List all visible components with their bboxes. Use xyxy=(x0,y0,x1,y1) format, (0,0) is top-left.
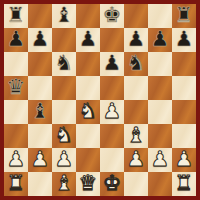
square-h4[interactable] xyxy=(172,100,196,124)
square-f5[interactable] xyxy=(124,76,148,100)
square-h1[interactable]: ♜ xyxy=(172,172,196,196)
white-queen: ♛ xyxy=(79,172,98,195)
black-pawn: ♟ xyxy=(127,28,146,51)
square-d7[interactable]: ♟ xyxy=(76,28,100,52)
black-pawn: ♟ xyxy=(31,28,50,51)
black-rook: ♜ xyxy=(7,4,26,27)
square-f6[interactable]: ♞ xyxy=(124,52,148,76)
square-d8[interactable] xyxy=(76,4,100,28)
square-c8[interactable]: ♝ xyxy=(52,4,76,28)
black-knight: ♞ xyxy=(55,52,74,75)
square-c7[interactable] xyxy=(52,28,76,52)
square-e4[interactable]: ♟ xyxy=(100,100,124,124)
white-pawn: ♟ xyxy=(151,148,170,171)
square-c3[interactable]: ♞ xyxy=(52,124,76,148)
square-d6[interactable] xyxy=(76,52,100,76)
square-f2[interactable]: ♟ xyxy=(124,148,148,172)
square-a2[interactable]: ♟ xyxy=(4,148,28,172)
square-h8[interactable]: ♜ xyxy=(172,4,196,28)
white-bishop: ♝ xyxy=(127,124,146,147)
black-bishop: ♝ xyxy=(55,4,74,27)
square-f7[interactable]: ♟ xyxy=(124,28,148,52)
black-knight: ♞ xyxy=(127,52,146,75)
square-g3[interactable] xyxy=(148,124,172,148)
square-d5[interactable] xyxy=(76,76,100,100)
black-bishop: ♝ xyxy=(31,100,50,123)
white-pawn: ♟ xyxy=(103,100,122,123)
square-h2[interactable]: ♟ xyxy=(172,148,196,172)
white-pawn: ♟ xyxy=(175,148,194,171)
white-pawn: ♟ xyxy=(31,148,50,171)
square-a7[interactable]: ♟ xyxy=(4,28,28,52)
black-pawn: ♟ xyxy=(7,28,26,51)
square-h7[interactable]: ♟ xyxy=(172,28,196,52)
square-e3[interactable] xyxy=(100,124,124,148)
square-a6[interactable] xyxy=(4,52,28,76)
square-c1[interactable]: ♝ xyxy=(52,172,76,196)
square-c6[interactable]: ♞ xyxy=(52,52,76,76)
square-c2[interactable]: ♟ xyxy=(52,148,76,172)
square-g4[interactable] xyxy=(148,100,172,124)
white-pawn: ♟ xyxy=(127,148,146,171)
black-pawn: ♟ xyxy=(103,52,122,75)
square-g6[interactable] xyxy=(148,52,172,76)
square-h3[interactable] xyxy=(172,124,196,148)
square-b4[interactable]: ♝ xyxy=(28,100,52,124)
square-b3[interactable] xyxy=(28,124,52,148)
square-b1[interactable] xyxy=(28,172,52,196)
square-d2[interactable] xyxy=(76,148,100,172)
square-g2[interactable]: ♟ xyxy=(148,148,172,172)
square-a3[interactable] xyxy=(4,124,28,148)
white-pawn: ♟ xyxy=(55,148,74,171)
black-pawn: ♟ xyxy=(151,28,170,51)
square-d4[interactable]: ♞ xyxy=(76,100,100,124)
square-b7[interactable]: ♟ xyxy=(28,28,52,52)
black-queen: ♛ xyxy=(7,76,26,99)
square-c4[interactable] xyxy=(52,100,76,124)
square-g7[interactable]: ♟ xyxy=(148,28,172,52)
square-e6[interactable]: ♟ xyxy=(100,52,124,76)
square-a8[interactable]: ♜ xyxy=(4,4,28,28)
white-rook: ♜ xyxy=(175,172,194,195)
square-e7[interactable] xyxy=(100,28,124,52)
square-b2[interactable]: ♟ xyxy=(28,148,52,172)
square-e1[interactable]: ♚ xyxy=(100,172,124,196)
black-rook: ♜ xyxy=(175,4,194,27)
black-pawn: ♟ xyxy=(175,28,194,51)
square-a5[interactable]: ♛ xyxy=(4,76,28,100)
square-b8[interactable] xyxy=(28,4,52,28)
square-g1[interactable] xyxy=(148,172,172,196)
square-f8[interactable] xyxy=(124,4,148,28)
white-knight: ♞ xyxy=(55,124,74,147)
square-b5[interactable] xyxy=(28,76,52,100)
square-e8[interactable]: ♚ xyxy=(100,4,124,28)
square-f4[interactable] xyxy=(124,100,148,124)
square-d1[interactable]: ♛ xyxy=(76,172,100,196)
square-d3[interactable] xyxy=(76,124,100,148)
square-h5[interactable] xyxy=(172,76,196,100)
square-a1[interactable]: ♜ xyxy=(4,172,28,196)
white-pawn: ♟ xyxy=(7,148,26,171)
square-g5[interactable] xyxy=(148,76,172,100)
chess-board: ♜♝♚♜♟♟♟♟♟♟♞♟♞♛♝♞♟♞♝♟♟♟♟♟♟♜♝♛♚♜ xyxy=(4,4,196,196)
white-bishop: ♝ xyxy=(55,172,74,195)
white-king: ♚ xyxy=(103,172,122,195)
board-frame: ♜♝♚♜♟♟♟♟♟♟♞♟♞♛♝♞♟♞♝♟♟♟♟♟♟♜♝♛♚♜ xyxy=(0,0,200,200)
black-king: ♚ xyxy=(103,4,122,27)
square-f1[interactable] xyxy=(124,172,148,196)
white-rook: ♜ xyxy=(7,172,26,195)
black-pawn: ♟ xyxy=(79,28,98,51)
square-e5[interactable] xyxy=(100,76,124,100)
square-f3[interactable]: ♝ xyxy=(124,124,148,148)
square-e2[interactable] xyxy=(100,148,124,172)
square-h6[interactable] xyxy=(172,52,196,76)
square-b6[interactable] xyxy=(28,52,52,76)
square-a4[interactable] xyxy=(4,100,28,124)
white-knight: ♞ xyxy=(79,100,98,123)
square-g8[interactable] xyxy=(148,4,172,28)
square-c5[interactable] xyxy=(52,76,76,100)
